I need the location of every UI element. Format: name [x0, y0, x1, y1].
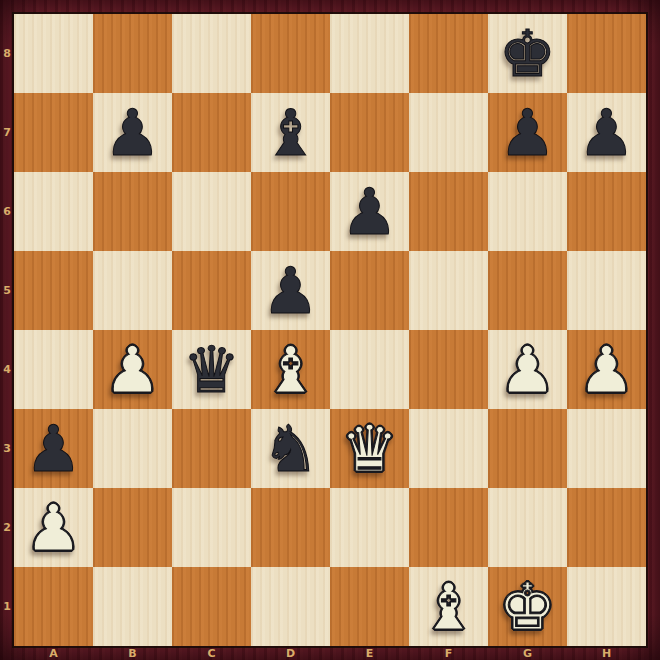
piece-black-pawn[interactable]: ♟	[499, 101, 556, 165]
square-f6[interactable]	[409, 172, 488, 251]
rank-label-7: 7	[0, 93, 14, 172]
rank-label-4: 4	[0, 330, 14, 409]
square-c6[interactable]	[172, 172, 251, 251]
piece-black-king[interactable]: ♚	[499, 22, 556, 86]
square-e4[interactable]	[330, 330, 409, 409]
square-d7[interactable]: ♝	[251, 93, 330, 172]
square-g5[interactable]	[488, 251, 567, 330]
rank-labels: 87654321	[0, 14, 14, 646]
piece-white-pawn[interactable]: ♟	[104, 338, 161, 402]
file-label-c: C	[172, 646, 251, 660]
square-d8[interactable]	[251, 14, 330, 93]
square-d4[interactable]: ♝	[251, 330, 330, 409]
rank-label-2: 2	[0, 488, 14, 567]
square-e2[interactable]	[330, 488, 409, 567]
square-e3[interactable]: ♛	[330, 409, 409, 488]
piece-white-pawn[interactable]: ♟	[25, 496, 82, 560]
square-f5[interactable]	[409, 251, 488, 330]
square-h8[interactable]	[567, 14, 646, 93]
square-e6[interactable]: ♟	[330, 172, 409, 251]
piece-white-queen[interactable]: ♛	[341, 417, 398, 481]
square-g7[interactable]: ♟	[488, 93, 567, 172]
square-a6[interactable]	[14, 172, 93, 251]
square-a3[interactable]: ♟	[14, 409, 93, 488]
square-e7[interactable]	[330, 93, 409, 172]
rank-label-5: 5	[0, 251, 14, 330]
board-frame: 87654321 ♚♟♝♟♟♟♟♟♛♝♟♟♟♞♛♟♝♚ ABCDEFGH	[0, 0, 660, 660]
square-d2[interactable]	[251, 488, 330, 567]
rank-label-6: 6	[0, 172, 14, 251]
piece-black-pawn[interactable]: ♟	[341, 180, 398, 244]
square-e5[interactable]	[330, 251, 409, 330]
square-g8[interactable]: ♚	[488, 14, 567, 93]
square-h7[interactable]: ♟	[567, 93, 646, 172]
rank-label-3: 3	[0, 409, 14, 488]
rank-label-1: 1	[0, 567, 14, 646]
square-f8[interactable]	[409, 14, 488, 93]
square-h2[interactable]	[567, 488, 646, 567]
square-g1[interactable]: ♚	[488, 567, 567, 646]
square-h3[interactable]	[567, 409, 646, 488]
square-f7[interactable]	[409, 93, 488, 172]
square-h1[interactable]	[567, 567, 646, 646]
square-b7[interactable]: ♟	[93, 93, 172, 172]
piece-black-knight[interactable]: ♞	[262, 417, 319, 481]
piece-black-pawn[interactable]: ♟	[262, 259, 319, 323]
file-label-a: A	[14, 646, 93, 660]
file-label-e: E	[330, 646, 409, 660]
square-d6[interactable]	[251, 172, 330, 251]
square-f2[interactable]	[409, 488, 488, 567]
square-g6[interactable]	[488, 172, 567, 251]
square-d3[interactable]: ♞	[251, 409, 330, 488]
rank-label-8: 8	[0, 14, 14, 93]
square-h4[interactable]: ♟	[567, 330, 646, 409]
square-b6[interactable]	[93, 172, 172, 251]
piece-black-pawn[interactable]: ♟	[25, 417, 82, 481]
square-d1[interactable]	[251, 567, 330, 646]
square-b4[interactable]: ♟	[93, 330, 172, 409]
square-c4[interactable]: ♛	[172, 330, 251, 409]
square-c7[interactable]	[172, 93, 251, 172]
file-label-f: F	[409, 646, 488, 660]
square-a7[interactable]	[14, 93, 93, 172]
square-g4[interactable]: ♟	[488, 330, 567, 409]
piece-white-king[interactable]: ♚	[499, 575, 556, 639]
square-c3[interactable]	[172, 409, 251, 488]
file-label-h: H	[567, 646, 646, 660]
square-c5[interactable]	[172, 251, 251, 330]
file-label-g: G	[488, 646, 567, 660]
piece-white-bishop[interactable]: ♝	[262, 338, 319, 402]
square-f3[interactable]	[409, 409, 488, 488]
square-h6[interactable]	[567, 172, 646, 251]
square-g3[interactable]	[488, 409, 567, 488]
piece-white-pawn[interactable]: ♟	[499, 338, 556, 402]
square-c1[interactable]	[172, 567, 251, 646]
square-a2[interactable]: ♟	[14, 488, 93, 567]
square-c2[interactable]	[172, 488, 251, 567]
file-label-b: B	[93, 646, 172, 660]
square-a4[interactable]	[14, 330, 93, 409]
square-b8[interactable]	[93, 14, 172, 93]
square-e8[interactable]	[330, 14, 409, 93]
piece-white-bishop[interactable]: ♝	[420, 575, 477, 639]
file-labels: ABCDEFGH	[14, 646, 646, 660]
chess-board: ♚♟♝♟♟♟♟♟♛♝♟♟♟♞♛♟♝♚	[14, 14, 646, 646]
square-a1[interactable]	[14, 567, 93, 646]
piece-black-pawn[interactable]: ♟	[578, 101, 635, 165]
square-f1[interactable]: ♝	[409, 567, 488, 646]
piece-black-queen[interactable]: ♛	[183, 338, 240, 402]
square-b5[interactable]	[93, 251, 172, 330]
square-g2[interactable]	[488, 488, 567, 567]
square-a5[interactable]	[14, 251, 93, 330]
piece-black-pawn[interactable]: ♟	[104, 101, 161, 165]
file-label-d: D	[251, 646, 330, 660]
square-b2[interactable]	[93, 488, 172, 567]
piece-black-bishop[interactable]: ♝	[262, 101, 319, 165]
square-f4[interactable]	[409, 330, 488, 409]
square-d5[interactable]: ♟	[251, 251, 330, 330]
square-a8[interactable]	[14, 14, 93, 93]
square-c8[interactable]	[172, 14, 251, 93]
square-e1[interactable]	[330, 567, 409, 646]
square-b3[interactable]	[93, 409, 172, 488]
square-h5[interactable]	[567, 251, 646, 330]
piece-white-pawn[interactable]: ♟	[578, 338, 635, 402]
square-b1[interactable]	[93, 567, 172, 646]
